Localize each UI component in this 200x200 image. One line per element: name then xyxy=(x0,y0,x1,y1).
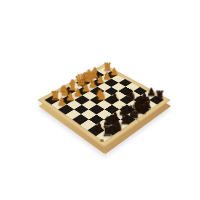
white-bishop: ♝ xyxy=(66,78,76,93)
white-pawn: ♟ xyxy=(72,87,82,97)
square-d2: ♟ xyxy=(75,87,89,96)
square-g5 xyxy=(118,87,132,96)
black-pawn: ♟ xyxy=(109,91,120,102)
square-e3 xyxy=(90,87,104,96)
chess-board: ♜♞♝♛♚♝♜♟♟♟♟♟♟♟♟♞♟♞♟♟♟♟♟♟♟♜♞♝♛♚♝♜ xyxy=(38,64,171,147)
square-f3 xyxy=(97,83,111,91)
square-h5 xyxy=(125,83,139,91)
square-g6 xyxy=(126,91,141,100)
square-f2: ♟ xyxy=(90,79,104,87)
white-king: ♚ xyxy=(81,67,91,84)
square-g4 xyxy=(111,83,125,91)
black-pawn: ♟ xyxy=(146,87,156,97)
square-f1: ♝ xyxy=(83,75,97,83)
square-h3 xyxy=(111,75,125,83)
square-e4 xyxy=(97,91,112,100)
board-scene: ♜♞♝♛♚♝♜♟♟♟♟♟♟♟♟♞♟♞♟♟♟♟♟♟♟♜♞♝♛♚♝♜ xyxy=(57,53,151,147)
square-h4 xyxy=(118,79,132,87)
white-pawn: ♟ xyxy=(88,79,98,89)
white-knight: ♞ xyxy=(58,84,68,98)
black-bishop: ♝ xyxy=(140,96,151,112)
square-g3 xyxy=(104,79,118,87)
white-rook: ♜ xyxy=(102,62,112,73)
white-pawn: ♟ xyxy=(80,83,90,93)
square-c1: ♝ xyxy=(61,87,75,96)
square-h6 xyxy=(133,87,147,96)
square-h2: ♟ xyxy=(104,71,118,79)
black-knight: ♞ xyxy=(124,88,135,102)
square-e2: ♟ xyxy=(83,83,97,91)
product-photo: ♜♞♝♛♚♝♜♟♟♟♟♟♟♟♟♞♟♞♟♟♟♟♟♟♟♜♞♝♛♚♝♜ xyxy=(0,0,200,200)
chess-board-grid: ♜♞♝♛♚♝♜♟♟♟♟♟♟♟♟♞♟♞♟♟♟♟♟♟♟♜♞♝♛♚♝♜ xyxy=(45,67,164,141)
white-queen: ♛ xyxy=(73,72,83,88)
square-d3 xyxy=(82,91,97,100)
square-c2: ♟ xyxy=(67,91,82,100)
black-rook: ♜ xyxy=(154,90,165,102)
board-clasp xyxy=(100,139,104,142)
square-g1 xyxy=(90,71,104,79)
square-g2: ♟ xyxy=(97,75,111,83)
square-h1: ♜ xyxy=(97,67,110,74)
white-pawn: ♟ xyxy=(109,67,119,77)
square-d1: ♛ xyxy=(69,83,83,91)
white-knight: ♞ xyxy=(94,88,105,102)
white-pawn: ♟ xyxy=(102,71,112,81)
square-f5 xyxy=(111,91,126,100)
white-pawn: ♟ xyxy=(95,75,105,85)
square-f4 xyxy=(104,87,118,96)
white-bishop: ♝ xyxy=(88,66,98,80)
square-e1: ♚ xyxy=(76,79,90,87)
chess-set: ♜♞♝♛♚♝♜♟♟♟♟♟♟♟♟♞♟♞♟♟♟♟♟♟♟♜♞♝♛♚♝♜ xyxy=(57,53,151,147)
